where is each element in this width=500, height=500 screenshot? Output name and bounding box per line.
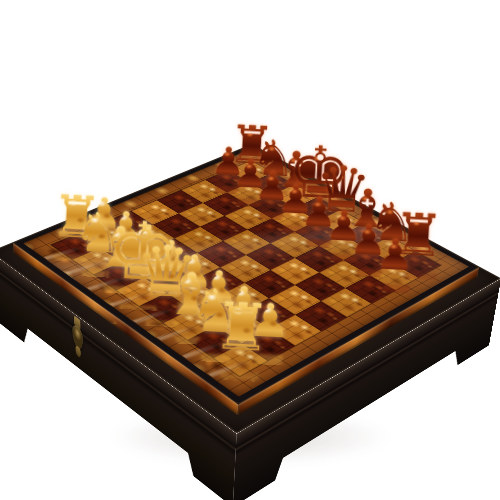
product-photo-stage: ♜♜♞♞♝♝♚♚♛♛♝♝♞♞♜♜♟♟♟♟♟♟♟♟♟♟♟♟♟♟♟♟♟♟♟♟♟♟♟♟… — [0, 0, 500, 500]
chess-casket: ♜♜♞♞♝♝♚♚♛♛♝♝♞♞♜♜♟♟♟♟♟♟♟♟♟♟♟♟♟♟♟♟♟♟♟♟♟♟♟♟… — [13, 145, 479, 405]
